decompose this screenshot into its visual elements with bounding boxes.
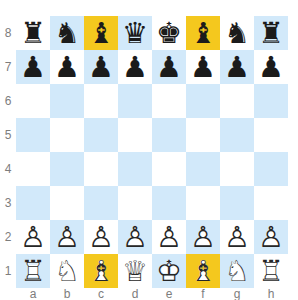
black-pawn: ♟ [186,50,220,84]
white-pawn: ♟♙ [16,220,50,254]
file-label-f: f [186,288,220,300]
square-c3[interactable] [84,186,118,220]
white-pawn: ♟♙ [254,220,288,254]
board-column: ♜♞♝♛♚♝♞♜♟♟♟♟♟♟♟♟♟♙♟♙♟♙♟♙♟♙♟♙♟♙♟♙♜♖♞♘♝♗♛♕… [16,16,288,300]
square-a1[interactable]: ♜♖ [16,254,50,288]
rank-label-4: 4 [0,152,16,186]
square-d3[interactable] [118,186,152,220]
square-h5[interactable] [254,118,288,152]
square-b7[interactable]: ♟ [50,50,84,84]
square-c7[interactable]: ♟ [84,50,118,84]
white-king: ♚♔ [152,254,186,288]
square-g8[interactable]: ♞ [220,16,254,50]
square-e7[interactable]: ♟ [152,50,186,84]
black-pawn: ♟ [118,50,152,84]
file-label-e: e [152,288,186,300]
square-a2[interactable]: ♟♙ [16,220,50,254]
square-e2[interactable]: ♟♙ [152,220,186,254]
black-knight: ♞ [220,16,254,50]
piece-glyph: ♘ [50,254,84,288]
rank-label-8: 8 [0,16,16,50]
white-knight: ♞♘ [220,254,254,288]
square-b5[interactable] [50,118,84,152]
white-pawn: ♟♙ [152,220,186,254]
rank-label-3: 3 [0,186,16,220]
piece-glyph: ♙ [220,220,254,254]
file-labels: abcdefgh [16,288,288,300]
piece-glyph: ♟ [118,50,152,84]
square-f4[interactable] [186,152,220,186]
piece-glyph: ♜ [254,16,288,50]
piece-glyph: ♟ [152,50,186,84]
piece-glyph: ♟ [50,50,84,84]
rank-label-6: 6 [0,84,16,118]
square-b8[interactable]: ♞ [50,16,84,50]
black-knight: ♞ [50,16,84,50]
piece-glyph: ♗ [186,254,220,288]
piece-glyph: ♔ [152,254,186,288]
square-f8[interactable]: ♝ [186,16,220,50]
square-e3[interactable] [152,186,186,220]
black-queen: ♛ [118,16,152,50]
square-a7[interactable]: ♟ [16,50,50,84]
square-h3[interactable] [254,186,288,220]
square-e5[interactable] [152,118,186,152]
white-bishop: ♝♗ [186,254,220,288]
white-rook: ♜♖ [254,254,288,288]
rank-label-1: 1 [0,254,16,288]
square-h4[interactable] [254,152,288,186]
piece-glyph: ♖ [254,254,288,288]
square-g1[interactable]: ♞♘ [220,254,254,288]
file-label-c: c [84,288,118,300]
black-pawn: ♟ [16,50,50,84]
square-e4[interactable] [152,152,186,186]
square-c8[interactable]: ♝ [84,16,118,50]
white-pawn: ♟♙ [118,220,152,254]
white-queen: ♛♕ [118,254,152,288]
black-bishop: ♝ [186,16,220,50]
square-h7[interactable]: ♟ [254,50,288,84]
white-pawn: ♟♙ [186,220,220,254]
white-knight: ♞♘ [50,254,84,288]
piece-glyph: ♟ [84,50,118,84]
white-pawn: ♟♙ [220,220,254,254]
piece-glyph: ♞ [220,16,254,50]
square-b1[interactable]: ♞♘ [50,254,84,288]
chess-board-panel: 87654321 ♜♞♝♛♚♝♞♜♟♟♟♟♟♟♟♟♟♙♟♙♟♙♟♙♟♙♟♙♟♙♟… [0,0,298,300]
piece-glyph: ♙ [186,220,220,254]
square-h2[interactable]: ♟♙ [254,220,288,254]
square-h8[interactable]: ♜ [254,16,288,50]
piece-glyph: ♟ [186,50,220,84]
square-e1[interactable]: ♚♔ [152,254,186,288]
piece-glyph: ♙ [84,220,118,254]
piece-glyph: ♙ [50,220,84,254]
file-label-g: g [220,288,254,300]
square-c4[interactable] [84,152,118,186]
square-h1[interactable]: ♜♖ [254,254,288,288]
piece-glyph: ♙ [118,220,152,254]
piece-glyph: ♜ [16,16,50,50]
piece-glyph: ♟ [16,50,50,84]
white-bishop: ♝♗ [84,254,118,288]
square-a8[interactable]: ♜ [16,16,50,50]
black-pawn: ♟ [50,50,84,84]
square-b6[interactable] [50,84,84,118]
square-d4[interactable] [118,152,152,186]
square-f2[interactable]: ♟♙ [186,220,220,254]
file-label-b: b [50,288,84,300]
white-rook: ♜♖ [16,254,50,288]
square-h6[interactable] [254,84,288,118]
piece-glyph: ♗ [84,254,118,288]
piece-glyph: ♙ [152,220,186,254]
rank-label-7: 7 [0,50,16,84]
piece-glyph: ♛ [118,16,152,50]
piece-glyph: ♖ [16,254,50,288]
black-pawn: ♟ [220,50,254,84]
square-f6[interactable] [186,84,220,118]
square-f3[interactable] [186,186,220,220]
black-king: ♚ [152,16,186,50]
black-pawn: ♟ [84,50,118,84]
rank-labels: 87654321 [0,16,16,288]
square-b2[interactable]: ♟♙ [50,220,84,254]
square-d7[interactable]: ♟ [118,50,152,84]
piece-glyph: ♕ [118,254,152,288]
square-a6[interactable] [16,84,50,118]
square-g2[interactable]: ♟♙ [220,220,254,254]
square-c5[interactable] [84,118,118,152]
chess-board: ♜♞♝♛♚♝♞♜♟♟♟♟♟♟♟♟♟♙♟♙♟♙♟♙♟♙♟♙♟♙♟♙♜♖♞♘♝♗♛♕… [16,16,288,288]
square-d1[interactable]: ♛♕ [118,254,152,288]
black-pawn: ♟ [152,50,186,84]
square-a5[interactable] [16,118,50,152]
square-b4[interactable] [50,152,84,186]
square-g7[interactable]: ♟ [220,50,254,84]
square-c1[interactable]: ♝♗ [84,254,118,288]
square-g5[interactable] [220,118,254,152]
black-bishop: ♝ [84,16,118,50]
rank-label-5: 5 [0,118,16,152]
black-rook: ♜ [16,16,50,50]
white-pawn: ♟♙ [84,220,118,254]
square-f5[interactable] [186,118,220,152]
file-label-a: a [16,288,50,300]
piece-glyph: ♝ [84,16,118,50]
square-f1[interactable]: ♝♗ [186,254,220,288]
square-g6[interactable] [220,84,254,118]
black-pawn: ♟ [254,50,288,84]
file-label-h: h [254,288,288,300]
square-d5[interactable] [118,118,152,152]
square-f7[interactable]: ♟ [186,50,220,84]
square-g4[interactable] [220,152,254,186]
piece-glyph: ♟ [254,50,288,84]
square-c6[interactable] [84,84,118,118]
square-a4[interactable] [16,152,50,186]
piece-glyph: ♙ [254,220,288,254]
file-label-d: d [118,288,152,300]
square-d8[interactable]: ♛ [118,16,152,50]
rank-label-2: 2 [0,220,16,254]
square-e8[interactable]: ♚ [152,16,186,50]
piece-glyph: ♚ [152,16,186,50]
square-b3[interactable] [50,186,84,220]
black-rook: ♜ [254,16,288,50]
square-d2[interactable]: ♟♙ [118,220,152,254]
piece-glyph: ♝ [186,16,220,50]
square-e6[interactable] [152,84,186,118]
piece-glyph: ♞ [50,16,84,50]
square-g3[interactable] [220,186,254,220]
piece-glyph: ♟ [220,50,254,84]
white-pawn: ♟♙ [50,220,84,254]
square-c2[interactable]: ♟♙ [84,220,118,254]
square-a3[interactable] [16,186,50,220]
piece-glyph: ♙ [16,220,50,254]
square-d6[interactable] [118,84,152,118]
piece-glyph: ♘ [220,254,254,288]
